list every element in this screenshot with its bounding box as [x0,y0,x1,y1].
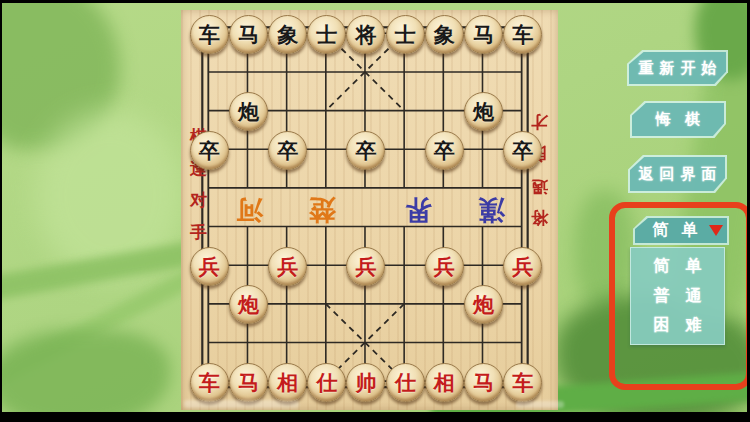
piece-red-车[interactable]: 车 [503,363,542,402]
piece-black-卒[interactable]: 卒 [268,131,307,170]
piece-red-车[interactable]: 车 [190,363,229,402]
difficulty-option-hard[interactable]: 困难 [631,315,724,336]
piece-black-卒[interactable]: 卒 [346,131,385,170]
bamboo-leaf-decoration [0,0,120,150]
difficulty-selected-label: 简单 [640,220,711,241]
piece-black-卒[interactable]: 卒 [190,131,229,170]
difficulty-options-list: 简单 普通 困难 [630,247,725,345]
bottom-frame-bar [0,412,750,422]
river-label-han-jie: 漢界 [377,196,532,224]
piece-black-车[interactable]: 车 [503,15,542,54]
piece-red-帅[interactable]: 帅 [346,363,385,402]
xiangqi-board[interactable]: 楚河 漢界 棋逢对手 将遇良才 车马象士将士象马车炮炮卒卒卒卒卒兵兵兵兵兵炮炮车… [181,10,558,410]
piece-red-相[interactable]: 相 [425,363,464,402]
piece-black-卒[interactable]: 卒 [425,131,464,170]
piece-red-相[interactable]: 相 [268,363,307,402]
watermark [516,401,564,408]
piece-black-卒[interactable]: 卒 [503,131,542,170]
piece-red-仕[interactable]: 仕 [307,363,346,402]
difficulty-option-normal[interactable]: 普通 [631,286,724,307]
undo-button-label: 悔棋 [642,110,714,129]
piece-black-象[interactable]: 象 [425,15,464,54]
piece-black-士[interactable]: 士 [386,15,425,54]
bamboo-leaf-decoration [0,330,170,422]
bamboo-leaf-decoration [35,110,185,280]
piece-black-士[interactable]: 士 [307,15,346,54]
piece-red-仕[interactable]: 仕 [386,363,425,402]
dropdown-arrow-icon [709,225,723,236]
river-label-chu-he: 楚河 [211,196,361,224]
piece-black-炮[interactable]: 炮 [464,92,503,131]
piece-red-兵[interactable]: 兵 [190,247,229,286]
piece-red-兵[interactable]: 兵 [425,247,464,286]
xiangqi-game-screen: 楚河 漢界 棋逢对手 将遇良才 车马象士将士象马车炮炮卒卒卒卒卒兵兵兵兵兵炮炮车… [0,0,750,422]
difficulty-dropdown[interactable]: 简单 [633,216,729,245]
piece-black-马[interactable]: 马 [229,15,268,54]
difficulty-option-easy[interactable]: 简单 [631,256,724,277]
restart-button[interactable]: 重新开始 [627,50,728,86]
piece-black-炮[interactable]: 炮 [229,92,268,131]
piece-red-兵[interactable]: 兵 [346,247,385,286]
undo-move-button[interactable]: 悔棋 [630,101,726,138]
top-frame-bar [0,0,750,3]
piece-black-马[interactable]: 马 [464,15,503,54]
piece-red-马[interactable]: 马 [229,363,268,402]
return-button-label: 返回界面 [633,165,723,184]
piece-red-马[interactable]: 马 [464,363,503,402]
piece-black-象[interactable]: 象 [268,15,307,54]
left-frame-bar [0,0,2,422]
return-to-menu-button[interactable]: 返回界面 [628,155,727,193]
piece-red-兵[interactable]: 兵 [268,247,307,286]
piece-black-将[interactable]: 将 [346,15,385,54]
piece-red-兵[interactable]: 兵 [503,247,542,286]
watermark [184,400,299,408]
piece-black-车[interactable]: 车 [190,15,229,54]
restart-button-label: 重新开始 [633,59,723,78]
